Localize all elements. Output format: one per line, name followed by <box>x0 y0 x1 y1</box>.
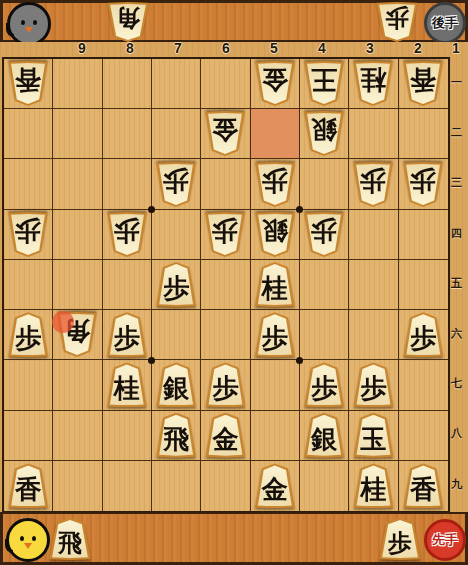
piece-kanji: 歩 <box>385 7 409 38</box>
sente-piece[interactable]: 桂 <box>352 463 394 508</box>
gote-piece[interactable]: 金 <box>204 111 246 156</box>
piece-kanji: 歩 <box>311 368 337 401</box>
square-2-4[interactable] <box>349 210 398 260</box>
piece-kanji: 桂 <box>262 268 288 301</box>
piece-kanji: 金 <box>212 117 238 150</box>
sente-piece[interactable]: 飛 <box>48 518 92 560</box>
piece-kanji: 銀 <box>163 368 189 401</box>
square-2-1[interactable]: 桂 <box>349 59 398 109</box>
gote-piece[interactable]: 歩 <box>7 212 49 257</box>
sente-badge: 先手 <box>424 519 466 561</box>
gote-piece[interactable]: 歩 <box>402 162 444 207</box>
square-1-2[interactable] <box>399 109 448 159</box>
piece-kanji: 歩 <box>388 524 412 555</box>
sente-piece[interactable]: 香 <box>402 463 444 508</box>
square-6-7[interactable]: 銀 <box>152 360 201 410</box>
square-6-1[interactable] <box>152 59 201 109</box>
piece-kanji: 桂 <box>360 469 386 502</box>
square-9-7[interactable] <box>4 360 53 410</box>
square-8-2[interactable] <box>53 109 102 159</box>
square-4-7[interactable] <box>251 360 300 410</box>
square-5-3[interactable] <box>201 159 250 209</box>
square-2-3[interactable]: 歩 <box>349 159 398 209</box>
square-9-2[interactable] <box>4 109 53 159</box>
piece-kanji: 飛 <box>58 524 82 555</box>
square-1-3[interactable]: 歩 <box>399 159 448 209</box>
gote-piece[interactable]: 香 <box>402 61 444 106</box>
square-8-1[interactable] <box>53 59 102 109</box>
square-6-2[interactable] <box>152 109 201 159</box>
piece-kanji: 歩 <box>212 368 238 401</box>
sente-piece[interactable]: 銀 <box>155 362 197 407</box>
sente-piece[interactable]: 歩 <box>402 312 444 357</box>
sente-piece[interactable]: 金 <box>204 413 246 458</box>
piece-kanji: 歩 <box>311 218 337 251</box>
square-2-5[interactable] <box>349 260 398 310</box>
square-8-9[interactable] <box>53 461 102 511</box>
sente-piece[interactable]: 飛 <box>155 413 197 458</box>
square-8-8[interactable] <box>53 411 102 461</box>
square-3-7[interactable]: 歩 <box>300 360 349 410</box>
square-6-8[interactable]: 飛 <box>152 411 201 461</box>
sente-piece[interactable]: 歩 <box>204 362 246 407</box>
sente-piece[interactable]: 桂 <box>106 362 148 407</box>
square-8-4[interactable] <box>53 210 102 260</box>
piece-kanji: 歩 <box>15 318 41 351</box>
piece-kanji: 銀 <box>311 419 337 452</box>
square-1-7[interactable] <box>399 360 448 410</box>
piece-kanji: 歩 <box>163 168 189 201</box>
square-4-8[interactable] <box>251 411 300 461</box>
sente-piece[interactable]: 歩 <box>352 362 394 407</box>
gote-piece[interactable]: 王 <box>303 61 345 106</box>
square-4-6[interactable]: 歩 <box>251 310 300 360</box>
square-7-3[interactable] <box>103 159 152 209</box>
gote-piece[interactable]: 銀 <box>303 111 345 156</box>
piece-kanji: 歩 <box>212 218 238 251</box>
square-4-4[interactable]: 銀 <box>251 210 300 260</box>
gote-badge: 後手 <box>424 2 466 44</box>
square-5-2[interactable]: 金 <box>201 109 250 159</box>
square-9-5[interactable] <box>4 260 53 310</box>
sente-piece[interactable]: 桂 <box>254 262 296 307</box>
file-label-6: 6 <box>214 40 238 56</box>
piece-kanji: 歩 <box>360 368 386 401</box>
piece-kanji: 玉 <box>360 419 386 452</box>
piece-kanji: 桂 <box>114 368 140 401</box>
square-8-6[interactable]: 角 <box>53 310 102 360</box>
square-4-3[interactable]: 歩 <box>251 159 300 209</box>
piece-kanji: 歩 <box>410 318 436 351</box>
square-7-6[interactable]: 歩 <box>103 310 152 360</box>
sente-piece[interactable]: 歩 <box>106 312 148 357</box>
gote-piece[interactable]: 歩 <box>303 212 345 257</box>
square-5-8[interactable]: 金 <box>201 411 250 461</box>
file-label-4: 4 <box>310 40 334 56</box>
square-7-8[interactable] <box>103 411 152 461</box>
piece-kanji: 香 <box>410 67 436 100</box>
square-2-8[interactable]: 玉 <box>349 411 398 461</box>
square-4-5[interactable]: 桂 <box>251 260 300 310</box>
square-4-2[interactable] <box>251 109 300 159</box>
square-3-4[interactable]: 歩 <box>300 210 349 260</box>
square-1-5[interactable] <box>399 260 448 310</box>
square-9-1[interactable]: 香 <box>4 59 53 109</box>
piece-kanji: 歩 <box>262 318 288 351</box>
square-8-7[interactable] <box>53 360 102 410</box>
file-label-5: 5 <box>262 40 286 56</box>
square-1-9[interactable]: 香 <box>399 461 448 511</box>
chick-beak-icon <box>25 27 33 33</box>
square-7-9[interactable] <box>103 461 152 511</box>
square-9-8[interactable] <box>4 411 53 461</box>
square-2-7[interactable]: 歩 <box>349 360 398 410</box>
sente-piece[interactable]: 金 <box>254 463 296 508</box>
square-3-5[interactable] <box>300 260 349 310</box>
piece-kanji: 飛 <box>163 419 189 452</box>
square-1-6[interactable]: 歩 <box>399 310 448 360</box>
square-3-6[interactable] <box>300 310 349 360</box>
file-label-3: 3 <box>358 40 382 56</box>
square-1-1[interactable]: 香 <box>399 59 448 109</box>
piece-kanji: 銀 <box>311 117 337 150</box>
square-1-8[interactable] <box>399 411 448 461</box>
file-label-1: 1 <box>444 40 468 56</box>
piece-kanji: 歩 <box>262 168 288 201</box>
square-4-1[interactable]: 金 <box>251 59 300 109</box>
square-3-1[interactable]: 王 <box>300 59 349 109</box>
square-5-6[interactable] <box>201 310 250 360</box>
sente-piece[interactable]: 玉 <box>352 413 394 458</box>
sente-avatar <box>6 518 50 562</box>
square-6-5[interactable]: 歩 <box>152 260 201 310</box>
piece-kanji: 香 <box>410 469 436 502</box>
square-6-3[interactable]: 歩 <box>152 159 201 209</box>
gote-avatar <box>7 2 51 46</box>
piece-kanji: 王 <box>311 67 337 100</box>
square-1-4[interactable] <box>399 210 448 260</box>
square-9-6[interactable]: 歩 <box>4 310 53 360</box>
shogi-app-window: 角歩 後手 987654321 一二三四五六七八九 香金王桂香金銀歩歩歩歩歩歩歩… <box>0 0 468 565</box>
square-4-9[interactable]: 金 <box>251 461 300 511</box>
file-label-7: 7 <box>166 40 190 56</box>
square-5-1[interactable] <box>201 59 250 109</box>
square-5-5[interactable] <box>201 260 250 310</box>
piece-kanji: 角 <box>116 7 140 38</box>
gote-piece[interactable]: 歩 <box>155 162 197 207</box>
gote-piece[interactable]: 歩 <box>375 2 419 42</box>
sente-piece[interactable]: 歩 <box>7 312 49 357</box>
piece-kanji: 歩 <box>114 318 140 351</box>
board-panel: 987654321 一二三四五六七八九 香金王桂香金銀歩歩歩歩歩歩歩銀歩歩桂歩角… <box>0 42 468 512</box>
square-3-9[interactable] <box>300 461 349 511</box>
square-5-4[interactable]: 歩 <box>201 210 250 260</box>
gote-piece[interactable]: 歩 <box>254 162 296 207</box>
chick-tail-icon <box>5 539 13 553</box>
square-7-1[interactable] <box>103 59 152 109</box>
square-5-7[interactable]: 歩 <box>201 360 250 410</box>
gote-piece[interactable]: 歩 <box>352 162 394 207</box>
piece-kanji: 歩 <box>15 218 41 251</box>
file-label-8: 8 <box>118 40 142 56</box>
file-label-2: 2 <box>406 40 430 56</box>
square-6-6[interactable] <box>152 310 201 360</box>
square-7-5[interactable] <box>103 260 152 310</box>
piece-kanji: 銀 <box>262 218 288 251</box>
sente-piece[interactable]: 銀 <box>303 413 345 458</box>
square-6-9[interactable] <box>152 461 201 511</box>
sente-piece[interactable]: 香 <box>7 463 49 508</box>
gote-piece[interactable]: 香 <box>7 61 49 106</box>
chick-tail-icon <box>6 23 14 37</box>
gote-piece[interactable]: 金 <box>254 61 296 106</box>
piece-kanji: 香 <box>15 67 41 100</box>
square-2-6[interactable] <box>349 310 398 360</box>
piece-kanji: 金 <box>262 469 288 502</box>
piece-kanji: 歩 <box>410 168 436 201</box>
square-3-3[interactable] <box>300 159 349 209</box>
gote-hand-tray: 角歩 後手 <box>0 0 468 42</box>
square-3-8[interactable]: 銀 <box>300 411 349 461</box>
square-7-4[interactable]: 歩 <box>103 210 152 260</box>
shogi-board: 香金王桂香金銀歩歩歩歩歩歩歩銀歩歩桂歩角歩歩歩桂銀歩歩歩飛金銀玉香金桂香 <box>2 57 450 513</box>
square-3-2[interactable]: 銀 <box>300 109 349 159</box>
piece-kanji: 桂 <box>360 67 386 100</box>
gote-piece[interactable]: 歩 <box>106 212 148 257</box>
square-5-9[interactable] <box>201 461 250 511</box>
gote-piece[interactable]: 銀 <box>254 212 296 257</box>
chick-beak-icon <box>24 543 32 549</box>
sente-piece[interactable]: 歩 <box>254 312 296 357</box>
piece-kanji: 金 <box>212 419 238 452</box>
gote-piece[interactable]: 歩 <box>204 212 246 257</box>
square-9-3[interactable] <box>4 159 53 209</box>
sente-piece[interactable]: 歩 <box>378 518 422 560</box>
square-9-4[interactable]: 歩 <box>4 210 53 260</box>
square-9-9[interactable]: 香 <box>4 461 53 511</box>
square-6-4[interactable] <box>152 210 201 260</box>
square-7-7[interactable]: 桂 <box>103 360 152 410</box>
piece-kanji: 金 <box>262 67 288 100</box>
sente-hand-tray: 飛歩 先手 <box>0 512 468 565</box>
gote-piece[interactable]: 桂 <box>352 61 394 106</box>
sente-piece[interactable]: 歩 <box>303 362 345 407</box>
square-2-9[interactable]: 桂 <box>349 461 398 511</box>
file-label-9: 9 <box>70 40 94 56</box>
gote-piece[interactable]: 角 <box>106 2 150 42</box>
piece-kanji: 歩 <box>114 218 140 251</box>
square-2-2[interactable] <box>349 109 398 159</box>
sente-piece[interactable]: 歩 <box>155 262 197 307</box>
piece-kanji: 香 <box>15 469 41 502</box>
square-7-2[interactable] <box>103 109 152 159</box>
square-8-3[interactable] <box>53 159 102 209</box>
square-8-5[interactable] <box>53 260 102 310</box>
piece-kanji: 歩 <box>360 168 386 201</box>
piece-kanji: 歩 <box>163 268 189 301</box>
